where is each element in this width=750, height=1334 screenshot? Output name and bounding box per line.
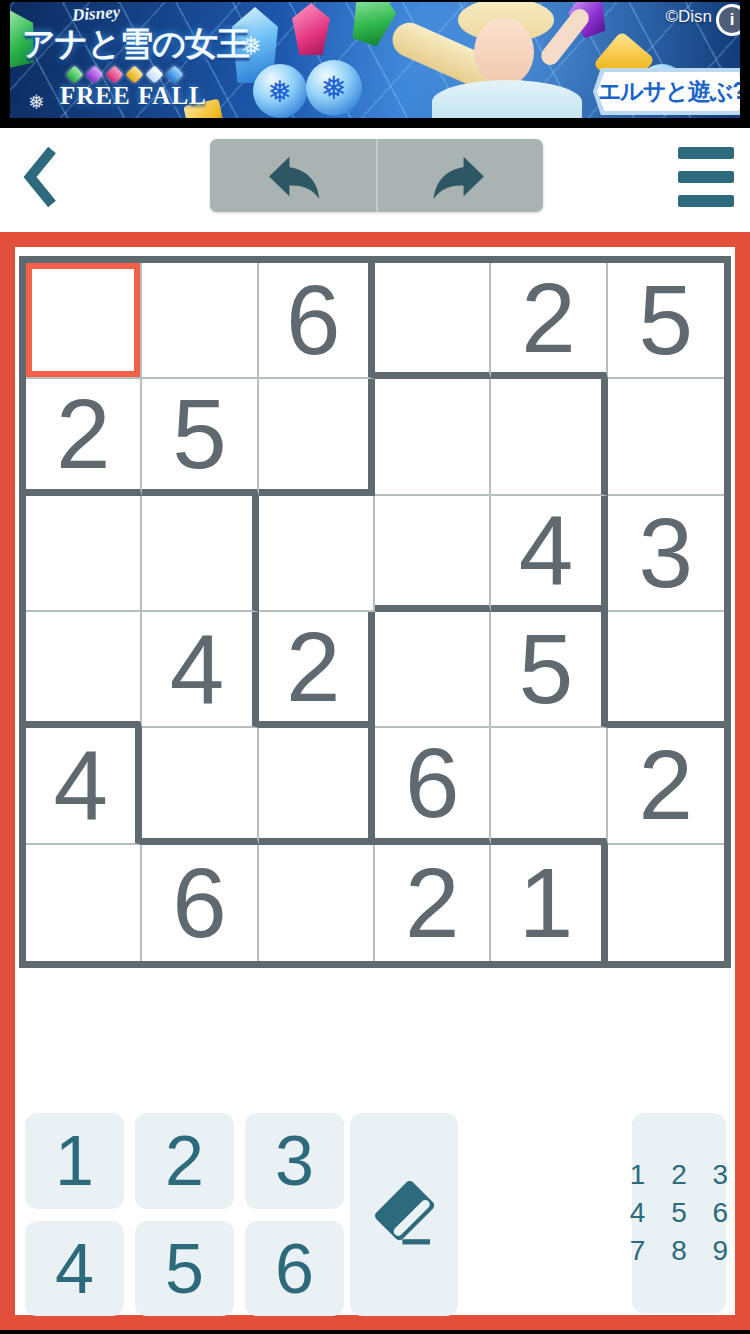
- grid-cell-r5c5[interactable]: [491, 728, 607, 844]
- grid-cell-r5c4[interactable]: 6: [375, 728, 491, 844]
- digit-button-2[interactable]: 2: [135, 1113, 234, 1209]
- grid-cell-r2c6[interactable]: [608, 379, 724, 495]
- notes-row: 7 8 9: [621, 1232, 737, 1270]
- grid-cell-r4c3[interactable]: 2: [259, 612, 375, 728]
- undo-redo-toolbar: [210, 139, 543, 212]
- digit-button-3[interactable]: 3: [245, 1113, 344, 1209]
- grid-cell-r3c2[interactable]: [142, 496, 258, 612]
- ad-cta-label: エルサと遊ぶ?: [597, 72, 740, 111]
- snowflake-orb-icon: ❅: [253, 64, 307, 118]
- undo-arrow-icon: [262, 148, 324, 204]
- menu-button[interactable]: [678, 147, 734, 207]
- grid-cell-r3c4[interactable]: [375, 496, 491, 612]
- grid-cell-r4c5[interactable]: 5: [491, 612, 607, 728]
- grid-cell-r1c2[interactable]: [142, 263, 258, 379]
- back-button[interactable]: [16, 144, 64, 210]
- grid-cell-r2c5[interactable]: [491, 379, 607, 495]
- grid-cell-r2c3[interactable]: [259, 379, 375, 495]
- ad-subtitle: FREE FALL: [60, 82, 207, 110]
- grid-cell-r6c1[interactable]: [26, 845, 142, 961]
- grid-cell-r6c6[interactable]: [608, 845, 724, 961]
- notes-row: 1 2 3: [621, 1156, 737, 1194]
- navigation-bar: [0, 128, 750, 232]
- digit-button-4[interactable]: 4: [25, 1221, 124, 1316]
- back-chevron-icon: [16, 144, 64, 210]
- white-gem-icon: [145, 65, 163, 83]
- ad-banner[interactable]: ❅ ❅ ❅ ❅ ❅ ❅ Disney アナと雪の女王: [10, 2, 740, 118]
- grid-cell-r3c5[interactable]: 4: [491, 496, 607, 612]
- grid-cell-r5c3[interactable]: [259, 728, 375, 844]
- digit-button-1[interactable]: 1: [25, 1113, 124, 1209]
- eraser-icon: [365, 1176, 443, 1254]
- grid-cell-r4c2[interactable]: 4: [142, 612, 258, 728]
- grid-cell-r2c2[interactable]: 5: [142, 379, 258, 495]
- redo-arrow-icon: [429, 148, 491, 204]
- yellow-gem-icon: [125, 65, 143, 83]
- elsa-dress: [432, 80, 582, 118]
- ad-title: アナと雪の女王: [22, 22, 232, 67]
- elsa-character: [370, 2, 580, 118]
- notes-row: 4 5 6: [621, 1194, 737, 1232]
- grid-cell-r4c6[interactable]: [608, 612, 724, 728]
- screen-bottom-bar: [0, 1330, 750, 1334]
- hamburger-bar: [678, 171, 734, 183]
- grid-cell-r1c6[interactable]: 5: [608, 263, 724, 379]
- green-gem-icon: [65, 65, 83, 83]
- purple-gem-icon: [85, 65, 103, 83]
- grid-cell-r4c1[interactable]: [26, 612, 142, 728]
- grid-cell-r6c5[interactable]: 1: [491, 845, 607, 961]
- sudoku-grid: 6252543425462621: [19, 256, 731, 968]
- notes-button[interactable]: 1 2 3 4 5 6 7 8 9: [632, 1113, 726, 1313]
- grid-cell-r3c1[interactable]: [26, 496, 142, 612]
- hamburger-bar: [678, 195, 734, 207]
- ad-copyright: ©Disn: [665, 7, 712, 27]
- grid-cell-r1c1[interactable]: [26, 263, 142, 379]
- grid-cell-r5c1[interactable]: 4: [26, 728, 142, 844]
- app-screen: ❅ ❅ ❅ ❅ ❅ ❅ Disney アナと雪の女王: [0, 0, 750, 1334]
- elsa-face: [474, 18, 534, 86]
- undo-button[interactable]: [210, 139, 378, 212]
- grid-cell-r6c3[interactable]: [259, 845, 375, 961]
- digit-button-6[interactable]: 6: [245, 1221, 344, 1316]
- grid-cell-r3c6[interactable]: 3: [608, 496, 724, 612]
- digit-button-5[interactable]: 5: [135, 1221, 234, 1316]
- snowflake-orb-icon: ❅: [306, 60, 362, 116]
- hamburger-bar: [678, 147, 734, 159]
- eraser-button[interactable]: [350, 1113, 458, 1316]
- grid-cell-r2c1[interactable]: 2: [26, 379, 142, 495]
- grid-cell-r1c3[interactable]: 6: [259, 263, 375, 379]
- grid-cell-r1c4[interactable]: [375, 263, 491, 379]
- pink-gem-icon: [105, 65, 123, 83]
- grid-cell-r5c2[interactable]: [142, 728, 258, 844]
- ad-info-icon[interactable]: i: [716, 4, 740, 36]
- gem-row-icons: [68, 68, 181, 81]
- ad-cta-button[interactable]: エルサと遊ぶ?: [593, 68, 740, 115]
- grid-cell-r6c2[interactable]: 6: [142, 845, 258, 961]
- grid-cell-r5c6[interactable]: 2: [608, 728, 724, 844]
- grid-cell-r6c4[interactable]: 2: [375, 845, 491, 961]
- grid-cell-r1c5[interactable]: 2: [491, 263, 607, 379]
- grid-cell-r2c4[interactable]: [375, 379, 491, 495]
- blue-gem-icon: [165, 65, 183, 83]
- ad-banner-band: ❅ ❅ ❅ ❅ ❅ ❅ Disney アナと雪の女王: [0, 0, 750, 128]
- grid-cell-r4c4[interactable]: [375, 612, 491, 728]
- grid-cell-r3c3[interactable]: [259, 496, 375, 612]
- snowflake-icon: ❅: [28, 90, 45, 114]
- pink-gem-icon: [292, 3, 330, 55]
- redo-button[interactable]: [378, 139, 544, 212]
